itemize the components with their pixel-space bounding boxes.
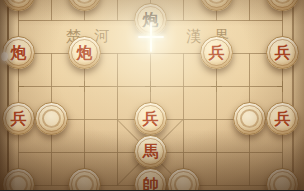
- red-cannon-glyph: 炮: [11, 45, 27, 61]
- red-cannon[interactable]: 炮: [68, 36, 101, 69]
- soldier-point-marker: [277, 81, 288, 92]
- soldier-point-marker: [211, 81, 222, 92]
- red-soldier[interactable]: 兵: [134, 102, 167, 135]
- red-cannon[interactable]: 炮: [2, 36, 35, 69]
- grid-line: [183, 0, 184, 21]
- board-left-border: [7, 0, 9, 190]
- black-cannon[interactable]: 炮: [134, 3, 167, 36]
- red-soldier-glyph: 兵: [11, 111, 27, 127]
- soldier-point-marker: [145, 81, 156, 92]
- red-soldier[interactable]: 兵: [2, 102, 35, 135]
- red-cannon-glyph: 炮: [77, 45, 93, 61]
- board-right-border: [292, 0, 294, 190]
- grid-line: [249, 0, 250, 21]
- red-soldier[interactable]: 兵: [200, 36, 233, 69]
- red-horse-glyph: 馬: [143, 144, 159, 160]
- black-hidden-piece[interactable]: [266, 0, 299, 11]
- grid-line: [117, 0, 118, 21]
- red-hidden-piece[interactable]: [35, 102, 68, 135]
- soldier-point-marker: [79, 81, 90, 92]
- red-soldier-glyph: 兵: [209, 45, 225, 61]
- red-horse[interactable]: 馬: [134, 135, 167, 168]
- red-soldier[interactable]: 兵: [266, 36, 299, 69]
- black-hidden-piece[interactable]: [200, 0, 233, 11]
- black-cannon-glyph: 炮: [143, 12, 159, 28]
- red-hidden-piece[interactable]: [167, 168, 200, 190]
- red-soldier-glyph: 兵: [275, 111, 291, 127]
- red-soldier-glyph: 兵: [275, 45, 291, 61]
- grid-line: [51, 0, 52, 21]
- red-general-glyph: 帥: [143, 177, 159, 191]
- soldier-point-marker: [13, 81, 24, 92]
- red-hidden-piece[interactable]: [233, 102, 266, 135]
- red-hidden-piece[interactable]: [266, 168, 299, 190]
- grid-line: [84, 53, 85, 186]
- red-soldier-glyph: 兵: [143, 111, 159, 127]
- red-hidden-piece[interactable]: [2, 168, 35, 190]
- red-soldier[interactable]: 兵: [266, 102, 299, 135]
- grid-line: [216, 53, 217, 186]
- black-hidden-piece[interactable]: [68, 0, 101, 11]
- red-general[interactable]: 帥: [134, 168, 167, 190]
- grid-line: [18, 0, 19, 186]
- sparkle-star-icon: [138, 36, 164, 38]
- red-hidden-piece[interactable]: [68, 168, 101, 190]
- grid-line: [282, 0, 283, 186]
- xiangqi-board[interactable]: 楚河 漢界 炮炮炮兵兵兵兵兵馬帥: [0, 0, 304, 190]
